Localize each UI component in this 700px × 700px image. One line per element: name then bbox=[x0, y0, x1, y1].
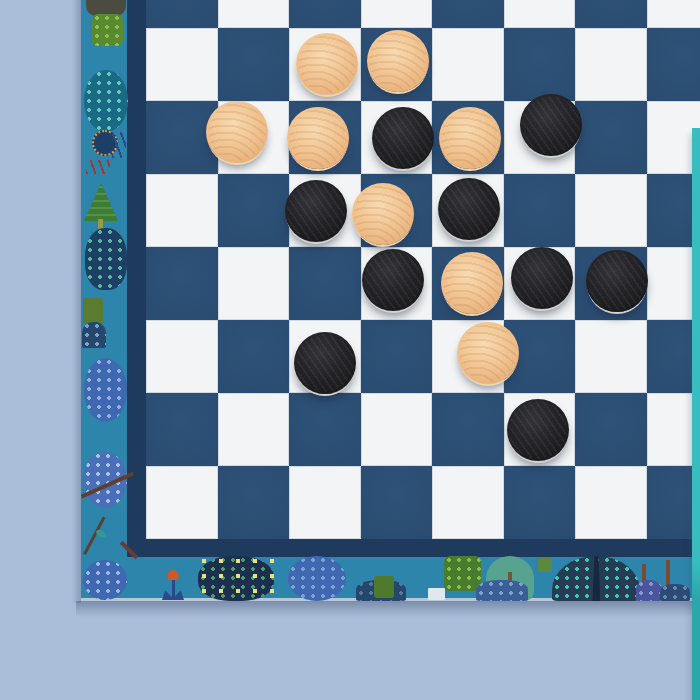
board-square[interactable] bbox=[432, 466, 504, 539]
checker-piece-wood[interactable] bbox=[457, 322, 519, 384]
checker-piece-wood[interactable] bbox=[206, 101, 268, 163]
checker-piece-black[interactable] bbox=[507, 399, 569, 461]
board-square[interactable] bbox=[575, 466, 647, 539]
board-square[interactable] bbox=[146, 320, 218, 393]
board-square[interactable] bbox=[289, 393, 361, 466]
checker-piece-black[interactable] bbox=[294, 332, 356, 394]
board-square[interactable] bbox=[218, 247, 290, 320]
checker-piece-black[interactable] bbox=[285, 180, 347, 242]
board-square[interactable] bbox=[146, 393, 218, 466]
board-square[interactable] bbox=[289, 0, 361, 28]
checker-piece-wood[interactable] bbox=[439, 107, 501, 169]
board-square[interactable] bbox=[361, 320, 433, 393]
board-square[interactable] bbox=[218, 466, 290, 539]
board-square[interactable] bbox=[146, 28, 218, 101]
checker-piece-black[interactable] bbox=[372, 107, 434, 169]
board-square[interactable] bbox=[647, 28, 700, 101]
board-square[interactable] bbox=[504, 0, 576, 28]
inner-frame-bottom bbox=[127, 538, 700, 557]
board-square[interactable] bbox=[218, 320, 290, 393]
board-square[interactable] bbox=[218, 0, 290, 28]
checker-piece-black[interactable] bbox=[511, 247, 573, 309]
board-square[interactable] bbox=[218, 28, 290, 101]
checker-piece-wood[interactable] bbox=[296, 33, 358, 95]
border-art-bottom-strip bbox=[81, 557, 700, 601]
board-square[interactable] bbox=[647, 0, 700, 28]
game-board bbox=[81, 0, 700, 601]
board-square[interactable] bbox=[575, 0, 647, 28]
board-square[interactable] bbox=[504, 28, 576, 101]
board-square[interactable] bbox=[361, 393, 433, 466]
board-square[interactable] bbox=[146, 174, 218, 247]
board-square[interactable] bbox=[289, 247, 361, 320]
board-square[interactable] bbox=[504, 174, 576, 247]
checker-piece-wood[interactable] bbox=[287, 107, 349, 169]
border-art-left-strip bbox=[81, 0, 127, 557]
board-square[interactable] bbox=[218, 174, 290, 247]
inner-frame-left bbox=[127, 0, 146, 557]
checker-piece-wood[interactable] bbox=[367, 30, 429, 92]
checker-piece-wood[interactable] bbox=[352, 183, 414, 245]
photo-backdrop: { "game": "checkers", "scene": { "descri… bbox=[0, 0, 700, 700]
board-square[interactable] bbox=[575, 320, 647, 393]
checker-piece-wood[interactable] bbox=[441, 252, 503, 314]
board-square[interactable] bbox=[504, 466, 576, 539]
board-cast-shadow-bottom bbox=[76, 601, 700, 617]
board-square[interactable] bbox=[146, 466, 218, 539]
checker-piece-black[interactable] bbox=[438, 178, 500, 240]
checker-piece-black[interactable] bbox=[586, 250, 648, 312]
board-square[interactable] bbox=[432, 0, 504, 28]
board-square[interactable] bbox=[289, 466, 361, 539]
checker-piece-black[interactable] bbox=[520, 94, 582, 156]
board-square[interactable] bbox=[361, 466, 433, 539]
board-square[interactable] bbox=[361, 0, 433, 28]
right-page-edge-strip bbox=[692, 128, 700, 700]
board-square[interactable] bbox=[218, 393, 290, 466]
board-square[interactable] bbox=[432, 393, 504, 466]
board-cast-shadow-left bbox=[72, 0, 81, 603]
board-square[interactable] bbox=[575, 174, 647, 247]
board-square[interactable] bbox=[575, 28, 647, 101]
checker-piece-black[interactable] bbox=[362, 249, 424, 311]
board-square[interactable] bbox=[575, 101, 647, 174]
board-square[interactable] bbox=[575, 393, 647, 466]
board-square[interactable] bbox=[146, 247, 218, 320]
board-square[interactable] bbox=[146, 0, 218, 28]
board-square[interactable] bbox=[432, 28, 504, 101]
